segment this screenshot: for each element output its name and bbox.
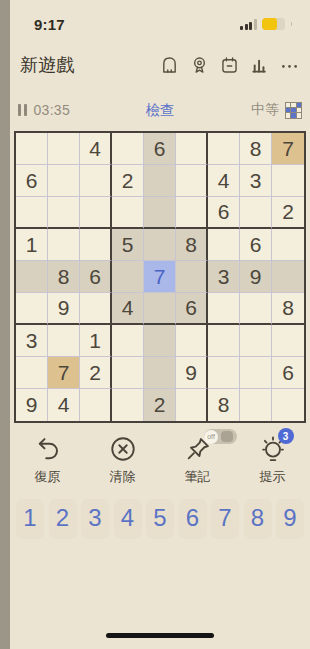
cell-r4c5[interactable]: [144, 229, 176, 261]
cell-r6c2[interactable]: 9: [48, 293, 80, 325]
sudoku-board: 468762436215868673994683172969428: [14, 131, 306, 423]
cell-r4c7[interactable]: [208, 229, 240, 261]
hint-count-badge: 3: [278, 428, 294, 444]
stats-icon[interactable]: [249, 55, 270, 76]
cell-r1c1[interactable]: [16, 133, 48, 165]
battery-icon: [262, 18, 285, 30]
cell-r8c5[interactable]: [144, 357, 176, 389]
cell-r5c9[interactable]: [272, 261, 304, 293]
notes-toggle-knob: [221, 431, 233, 442]
hint-bulb-icon: 3: [259, 435, 287, 463]
cell-r2c7[interactable]: 4: [208, 165, 240, 197]
cell-r2c8[interactable]: 3: [240, 165, 272, 197]
notes-off-toggle[interactable]: off: [204, 429, 237, 444]
cell-r7c8[interactable]: [240, 325, 272, 357]
cell-r6c7[interactable]: [208, 293, 240, 325]
cell-r9c5[interactable]: 2: [144, 389, 176, 421]
numpad: 123456789: [16, 499, 304, 539]
cell-r4c1[interactable]: 1: [16, 229, 48, 261]
cell-r4c4[interactable]: 5: [112, 229, 144, 261]
cell-r6c5[interactable]: [144, 293, 176, 325]
home-indicator[interactable]: [106, 633, 214, 638]
cellular-signal-icon: [240, 19, 257, 30]
cell-r3c9[interactable]: 2: [272, 197, 304, 229]
check-button[interactable]: 檢查: [146, 101, 175, 120]
cell-r1c6[interactable]: [176, 133, 208, 165]
cell-r6c8[interactable]: [240, 293, 272, 325]
cell-r1c8[interactable]: 8: [240, 133, 272, 165]
cell-r1c2[interactable]: [48, 133, 80, 165]
pause-icon: [18, 104, 27, 116]
cell-r4c9[interactable]: [272, 229, 304, 261]
battery-cap-icon: [291, 22, 293, 26]
numpad-button-3[interactable]: 3: [81, 499, 109, 539]
cell-r9c6[interactable]: [176, 389, 208, 421]
undo-button[interactable]: 復原: [10, 435, 85, 486]
status-time: 9:17: [34, 16, 65, 33]
cell-r3c5[interactable]: [144, 197, 176, 229]
cell-r9c8[interactable]: [240, 389, 272, 421]
numpad-button-6[interactable]: 6: [179, 499, 207, 539]
cell-r9c3[interactable]: [80, 389, 112, 421]
daily-calendar-icon[interactable]: [219, 55, 240, 76]
cell-r7c3[interactable]: 1: [80, 325, 112, 357]
cell-r9c2[interactable]: 4: [48, 389, 80, 421]
cell-r2c4[interactable]: 2: [112, 165, 144, 197]
cell-r5c7[interactable]: 3: [208, 261, 240, 293]
cell-r2c1[interactable]: 6: [16, 165, 48, 197]
cell-r4c8[interactable]: 6: [240, 229, 272, 261]
cell-r3c3[interactable]: [80, 197, 112, 229]
cell-r6c9[interactable]: 8: [272, 293, 304, 325]
cell-r1c5[interactable]: 6: [144, 133, 176, 165]
hint-label: 提示: [260, 468, 286, 486]
page-title: 新遊戲: [20, 53, 74, 77]
difficulty-label: 中等: [251, 101, 279, 119]
numpad-button-9[interactable]: 9: [276, 499, 304, 539]
cell-r1c3[interactable]: 4: [80, 133, 112, 165]
cell-r9c1[interactable]: 9: [16, 389, 48, 421]
cell-r7c5[interactable]: [144, 325, 176, 357]
cell-r3c1[interactable]: [16, 197, 48, 229]
cell-r8c1[interactable]: [16, 357, 48, 389]
cell-r5c1[interactable]: [16, 261, 48, 293]
cell-r6c1[interactable]: [16, 293, 48, 325]
cell-r5c6[interactable]: [176, 261, 208, 293]
cell-r2c6[interactable]: [176, 165, 208, 197]
cell-r7c4[interactable]: [112, 325, 144, 357]
home-icon[interactable]: [159, 55, 180, 76]
cell-r4c2[interactable]: [48, 229, 80, 261]
cell-r8c2[interactable]: 7: [48, 357, 80, 389]
hint-button[interactable]: 3 提示: [235, 435, 310, 486]
pause-button[interactable]: 03:35: [18, 102, 70, 118]
clear-icon: [109, 435, 137, 463]
cell-r7c6[interactable]: [176, 325, 208, 357]
nav-bar: 新遊戲: [10, 42, 310, 94]
game-bar: 03:35 檢查 中等: [10, 94, 310, 126]
cell-r2c9[interactable]: [272, 165, 304, 197]
cell-r8c3[interactable]: 2: [80, 357, 112, 389]
numpad-button-2[interactable]: 2: [49, 499, 77, 539]
cell-r5c5[interactable]: 7: [144, 261, 176, 293]
notes-label: 筆記: [185, 468, 211, 486]
app-screen: 9:17 新遊戲: [10, 0, 310, 649]
numpad-button-5[interactable]: 5: [146, 499, 174, 539]
cell-r8c8[interactable]: [240, 357, 272, 389]
cell-r3c2[interactable]: [48, 197, 80, 229]
cell-r6c4[interactable]: 4: [112, 293, 144, 325]
cell-r5c3[interactable]: 6: [80, 261, 112, 293]
cell-r7c2[interactable]: [48, 325, 80, 357]
timer: 03:35: [34, 102, 71, 118]
cell-r5c2[interactable]: 8: [48, 261, 80, 293]
cell-r2c2[interactable]: [48, 165, 80, 197]
clear-button[interactable]: 清除: [85, 435, 160, 486]
cell-r7c9[interactable]: [272, 325, 304, 357]
more-icon[interactable]: [279, 55, 300, 76]
cell-r3c7[interactable]: 6: [208, 197, 240, 229]
controls-bar: 復原 清除 off 筆記: [10, 435, 310, 486]
cell-r8c6[interactable]: 9: [176, 357, 208, 389]
cell-r3c6[interactable]: [176, 197, 208, 229]
cell-r1c9[interactable]: 7: [272, 133, 304, 165]
awards-icon[interactable]: [189, 55, 210, 76]
cell-r3c8[interactable]: [240, 197, 272, 229]
cell-r7c7[interactable]: [208, 325, 240, 357]
cell-r9c7[interactable]: 8: [208, 389, 240, 421]
cell-r6c3[interactable]: [80, 293, 112, 325]
cell-r8c9[interactable]: 6: [272, 357, 304, 389]
notes-toggle-state: off: [204, 430, 218, 444]
cell-r5c4[interactable]: [112, 261, 144, 293]
clear-label: 清除: [110, 468, 136, 486]
status-bar: 9:17: [10, 0, 310, 42]
cell-r6c6[interactable]: 6: [176, 293, 208, 325]
cell-r1c7[interactable]: [208, 133, 240, 165]
cell-r4c3[interactable]: [80, 229, 112, 261]
numpad-button-7[interactable]: 7: [211, 499, 239, 539]
cell-r2c5[interactable]: [144, 165, 176, 197]
numpad-button-8[interactable]: 8: [244, 499, 272, 539]
notes-button[interactable]: off 筆記: [160, 435, 235, 486]
notes-pin-icon: off: [184, 435, 212, 463]
cell-r9c9[interactable]: [272, 389, 304, 421]
cell-r8c7[interactable]: [208, 357, 240, 389]
undo-icon: [34, 435, 62, 463]
undo-label: 復原: [35, 468, 61, 486]
cell-r4c6[interactable]: 8: [176, 229, 208, 261]
numpad-button-1[interactable]: 1: [16, 499, 44, 539]
numpad-button-4[interactable]: 4: [114, 499, 142, 539]
cell-r2c3[interactable]: [80, 165, 112, 197]
cell-r5c8[interactable]: 9: [240, 261, 272, 293]
cell-r7c1[interactable]: 3: [16, 325, 48, 357]
cell-r3c4[interactable]: [112, 197, 144, 229]
cell-r1c4[interactable]: [112, 133, 144, 165]
difficulty-grid-icon: [285, 102, 302, 119]
cell-r8c4[interactable]: [112, 357, 144, 389]
cell-r9c4[interactable]: [112, 389, 144, 421]
